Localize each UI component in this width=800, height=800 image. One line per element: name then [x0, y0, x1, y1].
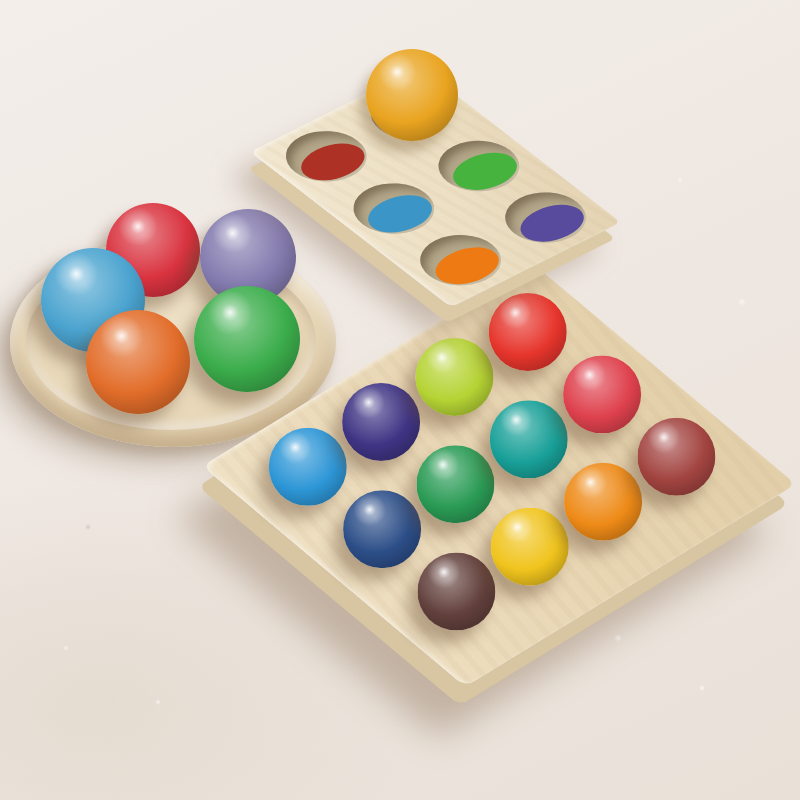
ball-green[interactable]	[416, 445, 494, 523]
plate-ball-green[interactable]	[194, 286, 300, 392]
ball-brown[interactable]	[417, 553, 495, 631]
ball-light-blue[interactable]	[269, 428, 347, 506]
ball-crimson[interactable]	[563, 355, 641, 433]
ball-yellow[interactable]	[491, 508, 569, 586]
ball-teal[interactable]	[490, 400, 568, 478]
ball-navy[interactable]	[343, 490, 421, 568]
plate-ball-orange[interactable]	[86, 310, 190, 414]
ball-lime[interactable]	[415, 338, 493, 416]
ball-maroon[interactable]	[637, 418, 715, 496]
ball-orange[interactable]	[564, 463, 642, 541]
hole-paint-purple	[509, 197, 595, 249]
ball-amber[interactable]	[366, 49, 458, 141]
ball-red[interactable]	[489, 293, 567, 371]
ball-purple[interactable]	[342, 383, 420, 461]
photo-scene	[0, 0, 800, 800]
hole-paint-orange	[424, 240, 510, 292]
